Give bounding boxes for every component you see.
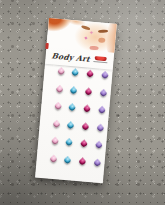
gem-drop-pink bbox=[52, 119, 60, 127]
gem-cell-blue bbox=[67, 63, 83, 82]
gem-cell-purple bbox=[94, 100, 110, 119]
gem-drop-magenta bbox=[85, 87, 93, 95]
gem-cell-purple bbox=[97, 65, 113, 84]
gem-grid bbox=[45, 62, 113, 172]
gem-cell-magenta bbox=[78, 116, 94, 135]
gem-drop-purple bbox=[98, 106, 106, 114]
gem-drop-blue bbox=[69, 103, 77, 111]
photo-background: ✦ ✦ Body Art bbox=[0, 0, 165, 205]
gem-drop-magenta bbox=[82, 122, 90, 130]
gem-cell-pink bbox=[50, 96, 66, 115]
red-lotus-logo-icon bbox=[93, 56, 108, 64]
header-artwork: ✦ ✦ bbox=[46, 18, 116, 53]
gem-drop-pink bbox=[57, 67, 65, 75]
sparkle-star-icon: ✦ bbox=[89, 30, 95, 36]
gem-cell-magenta bbox=[76, 134, 92, 153]
gem-drop-purple bbox=[101, 71, 109, 79]
gem-cell-pink bbox=[47, 131, 63, 150]
gem-cell-purple bbox=[92, 118, 108, 137]
gem-cell-magenta bbox=[81, 82, 97, 101]
gem-drop-pink bbox=[51, 137, 59, 145]
red-edge-mark bbox=[45, 43, 49, 49]
gem-cell-blue bbox=[60, 150, 76, 169]
gem-drop-pink bbox=[55, 85, 63, 93]
gem-drop-blue bbox=[64, 156, 72, 164]
gem-cell-magenta bbox=[79, 99, 95, 118]
gem-cell-purple bbox=[91, 135, 107, 154]
gem-drop-magenta bbox=[79, 157, 87, 165]
gem-cell-blue bbox=[63, 115, 79, 134]
sparkle-star-icon: ✦ bbox=[83, 35, 89, 41]
gem-drop-purple bbox=[93, 158, 101, 166]
gem-drop-pink bbox=[54, 102, 62, 110]
gem-drop-blue bbox=[67, 121, 75, 129]
gem-cell-pink bbox=[51, 79, 67, 98]
gem-drop-magenta bbox=[86, 70, 94, 78]
gem-drop-pink bbox=[49, 154, 57, 162]
logo-caption-line bbox=[93, 61, 107, 63]
gem-cell-magenta bbox=[82, 64, 98, 83]
gem-cell-purple bbox=[89, 153, 105, 172]
gem-drop-purple bbox=[99, 88, 107, 96]
gem-cell-pink bbox=[53, 62, 69, 81]
gem-cell-blue bbox=[64, 98, 80, 117]
gem-drop-purple bbox=[96, 123, 104, 131]
gem-cell-pink bbox=[48, 114, 64, 133]
gem-drop-purple bbox=[95, 141, 103, 149]
gem-cell-magenta bbox=[74, 151, 90, 170]
gem-drop-blue bbox=[70, 86, 78, 94]
gem-drop-magenta bbox=[80, 139, 88, 147]
gem-drop-blue bbox=[66, 138, 74, 146]
gem-cell-purple bbox=[95, 83, 111, 102]
gem-cell-blue bbox=[66, 80, 82, 99]
gem-cell-blue bbox=[61, 133, 77, 152]
lips-hint bbox=[89, 46, 98, 50]
gem-cell-pink bbox=[45, 149, 61, 168]
gem-drop-blue bbox=[72, 68, 80, 76]
gem-drop-magenta bbox=[83, 105, 91, 113]
gem-card: ✦ ✦ Body Art bbox=[35, 18, 117, 183]
